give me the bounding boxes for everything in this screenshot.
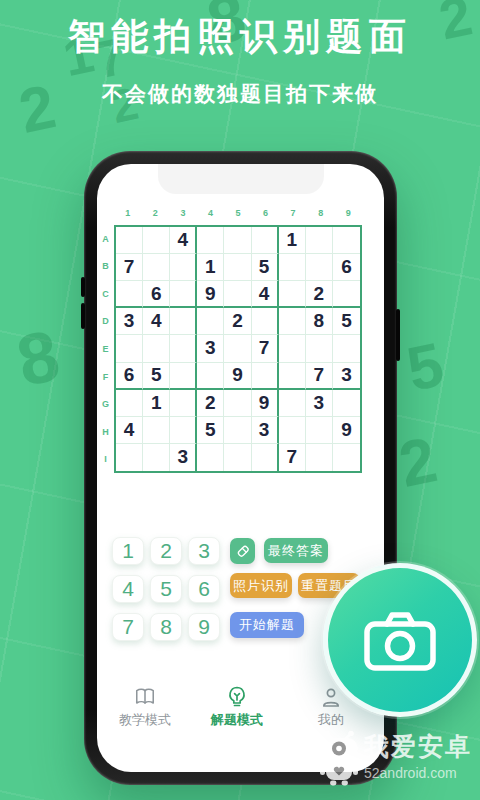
sudoku-cell-D8[interactable]: 8 bbox=[306, 308, 333, 335]
camera-fab[interactable] bbox=[323, 563, 477, 717]
sudoku-cell-A6[interactable] bbox=[252, 227, 279, 254]
sudoku-cell-G1[interactable] bbox=[116, 390, 143, 417]
sudoku-cell-C9[interactable] bbox=[333, 281, 360, 308]
watermark-site: 52android.com bbox=[364, 765, 472, 781]
sudoku-cell-B3[interactable] bbox=[170, 254, 197, 281]
sudoku-cell-F3[interactable] bbox=[170, 363, 197, 390]
notch-shadow bbox=[158, 164, 324, 194]
sudoku-cell-B8[interactable] bbox=[306, 254, 333, 281]
camera-icon bbox=[362, 608, 438, 672]
sudoku-cell-G2[interactable]: 1 bbox=[143, 390, 170, 417]
sudoku-cell-A2[interactable] bbox=[143, 227, 170, 254]
book-icon bbox=[107, 686, 183, 708]
sudoku-cell-I7[interactable]: 7 bbox=[279, 444, 306, 471]
sudoku-cell-G3[interactable] bbox=[170, 390, 197, 417]
sudoku-cell-G4[interactable]: 2 bbox=[197, 390, 224, 417]
sudoku-cell-B5[interactable] bbox=[224, 254, 251, 281]
number-pad: 123456789 bbox=[112, 537, 220, 641]
sudoku-cell-I8[interactable] bbox=[306, 444, 333, 471]
sudoku-cell-C3[interactable] bbox=[170, 281, 197, 308]
sudoku-cell-H7[interactable] bbox=[279, 417, 306, 444]
col-label: 1 bbox=[114, 208, 142, 218]
row-label: C bbox=[99, 280, 112, 308]
sudoku-cell-F5[interactable]: 9 bbox=[224, 363, 251, 390]
photo-recognize-button[interactable]: 照片识别 bbox=[230, 573, 292, 598]
eraser-button[interactable] bbox=[230, 538, 255, 564]
sudoku-cell-E9[interactable] bbox=[333, 335, 360, 362]
col-label: 3 bbox=[169, 208, 197, 218]
sudoku-cell-B6[interactable]: 5 bbox=[252, 254, 279, 281]
sudoku-cell-D3[interactable] bbox=[170, 308, 197, 335]
numpad-key-6[interactable]: 6 bbox=[188, 575, 220, 603]
sudoku-cell-I9[interactable] bbox=[333, 444, 360, 471]
sudoku-cell-H4[interactable]: 5 bbox=[197, 417, 224, 444]
sudoku-cell-D4[interactable] bbox=[197, 308, 224, 335]
screenshot-root: 817222852 智能拍照识别题面 不会做的数独题目拍下来做 12345678… bbox=[0, 0, 480, 800]
sudoku-cell-D2[interactable]: 4 bbox=[143, 308, 170, 335]
numpad-key-3[interactable]: 3 bbox=[188, 537, 220, 565]
row-label: F bbox=[99, 363, 112, 391]
sudoku-cell-F9[interactable]: 3 bbox=[333, 363, 360, 390]
sudoku-cell-H9[interactable]: 9 bbox=[333, 417, 360, 444]
robot-mascot-icon bbox=[318, 730, 360, 786]
sudoku-cell-I2[interactable] bbox=[143, 444, 170, 471]
sudoku-cell-A1[interactable] bbox=[116, 227, 143, 254]
bulb-icon bbox=[199, 686, 275, 708]
sudoku-cell-B7[interactable] bbox=[279, 254, 306, 281]
hero-section: 智能拍照识别题面 不会做的数独题目拍下来做 bbox=[0, 0, 480, 108]
sudoku-cell-D1[interactable]: 3 bbox=[116, 308, 143, 335]
col-label: 7 bbox=[279, 208, 307, 218]
sudoku-cell-H5[interactable] bbox=[224, 417, 251, 444]
site-watermark: 我爱安卓 52android.com bbox=[318, 730, 472, 786]
col-label: 2 bbox=[142, 208, 170, 218]
sudoku-cell-E1[interactable] bbox=[116, 335, 143, 362]
numpad-key-4[interactable]: 4 bbox=[112, 575, 144, 603]
sudoku-cell-A9[interactable] bbox=[333, 227, 360, 254]
sudoku-cell-A3[interactable]: 4 bbox=[170, 227, 197, 254]
sudoku-cell-G7[interactable] bbox=[279, 390, 306, 417]
sudoku-column-labels: 123456789 bbox=[114, 208, 362, 218]
row-label: G bbox=[99, 390, 112, 418]
numpad-key-2[interactable]: 2 bbox=[150, 537, 182, 565]
sudoku-cell-C5[interactable] bbox=[224, 281, 251, 308]
tab-teaching-mode[interactable]: 教学模式 bbox=[107, 686, 183, 729]
sudoku-cell-I4[interactable] bbox=[197, 444, 224, 471]
numpad-key-9[interactable]: 9 bbox=[188, 613, 220, 641]
eraser-icon bbox=[234, 542, 252, 560]
row-label: I bbox=[99, 445, 112, 473]
tab-label: 我的 bbox=[293, 711, 369, 729]
sudoku-cell-C8[interactable]: 2 bbox=[306, 281, 333, 308]
sudoku-cell-I1[interactable] bbox=[116, 444, 143, 471]
sudoku-cell-D5[interactable]: 2 bbox=[224, 308, 251, 335]
sudoku-cell-E4[interactable]: 3 bbox=[197, 335, 224, 362]
tab-solving-mode[interactable]: 解题模式 bbox=[199, 686, 275, 729]
row-label: D bbox=[99, 308, 112, 336]
col-label: 8 bbox=[307, 208, 335, 218]
page-title: 智能拍照识别题面 bbox=[0, 12, 480, 62]
sudoku-cell-B1[interactable]: 7 bbox=[116, 254, 143, 281]
sudoku-cell-I5[interactable] bbox=[224, 444, 251, 471]
sudoku-cell-F7[interactable] bbox=[279, 363, 306, 390]
sudoku-cell-E7[interactable] bbox=[279, 335, 306, 362]
tab-label: 教学模式 bbox=[107, 711, 183, 729]
sudoku-cell-E5[interactable] bbox=[224, 335, 251, 362]
background-digit: 2 bbox=[394, 427, 442, 497]
start-solving-button[interactable]: 开始解题 bbox=[230, 612, 304, 638]
sudoku-cell-C1[interactable] bbox=[116, 281, 143, 308]
sudoku-cell-H6[interactable]: 3 bbox=[252, 417, 279, 444]
sudoku-cell-G8[interactable]: 3 bbox=[306, 390, 333, 417]
power-button bbox=[396, 309, 400, 361]
numpad-key-1[interactable]: 1 bbox=[112, 537, 144, 565]
row-label: H bbox=[99, 418, 112, 446]
sudoku-cell-B9[interactable]: 6 bbox=[333, 254, 360, 281]
background-digit: 5 bbox=[402, 333, 449, 401]
sudoku-cell-E8[interactable] bbox=[306, 335, 333, 362]
sudoku-cell-C2[interactable]: 6 bbox=[143, 281, 170, 308]
sudoku-cell-E3[interactable] bbox=[170, 335, 197, 362]
sudoku-cell-F4[interactable] bbox=[197, 363, 224, 390]
sudoku-cell-D9[interactable]: 5 bbox=[333, 308, 360, 335]
sudoku-cell-E6[interactable]: 7 bbox=[252, 335, 279, 362]
numpad-key-5[interactable]: 5 bbox=[150, 575, 182, 603]
sudoku-cell-H1[interactable]: 4 bbox=[116, 417, 143, 444]
numpad-key-8[interactable]: 8 bbox=[150, 613, 182, 641]
sudoku-cell-H8[interactable] bbox=[306, 417, 333, 444]
sudoku-cell-B2[interactable] bbox=[143, 254, 170, 281]
sudoku-board: 41715669423428537659731293453937 bbox=[114, 225, 362, 473]
sudoku-row-labels: ABCDEFGHI bbox=[99, 225, 112, 473]
sudoku-cell-D6[interactable] bbox=[252, 308, 279, 335]
col-label: 6 bbox=[252, 208, 280, 218]
sudoku-cell-G9[interactable] bbox=[333, 390, 360, 417]
numpad-key-7[interactable]: 7 bbox=[112, 613, 144, 641]
sudoku-cell-G6[interactable]: 9 bbox=[252, 390, 279, 417]
sudoku-cell-I6[interactable] bbox=[252, 444, 279, 471]
background-digit: 8 bbox=[11, 319, 65, 398]
sudoku-cell-C6[interactable]: 4 bbox=[252, 281, 279, 308]
final-answer-button[interactable]: 最终答案 bbox=[264, 538, 328, 563]
sudoku-cell-D7[interactable] bbox=[279, 308, 306, 335]
sudoku-cell-F8[interactable]: 7 bbox=[306, 363, 333, 390]
sudoku-cell-H2[interactable] bbox=[143, 417, 170, 444]
sudoku-cell-H3[interactable] bbox=[170, 417, 197, 444]
col-label: 4 bbox=[197, 208, 225, 218]
sudoku-cell-A4[interactable] bbox=[197, 227, 224, 254]
sudoku-cell-B4[interactable]: 1 bbox=[197, 254, 224, 281]
row-label: E bbox=[99, 335, 112, 363]
sudoku-cell-A5[interactable] bbox=[224, 227, 251, 254]
sudoku-cell-G5[interactable] bbox=[224, 390, 251, 417]
tab-label: 解题模式 bbox=[199, 711, 275, 729]
sudoku-cell-A7[interactable]: 1 bbox=[279, 227, 306, 254]
col-label: 5 bbox=[224, 208, 252, 218]
page-subtitle: 不会做的数独题目拍下来做 bbox=[0, 80, 480, 108]
watermark-name: 我爱安卓 bbox=[364, 730, 472, 763]
sudoku-cell-A8[interactable] bbox=[306, 227, 333, 254]
sudoku-cell-C4[interactable]: 9 bbox=[197, 281, 224, 308]
sudoku-cell-E2[interactable] bbox=[143, 335, 170, 362]
volume-up-button bbox=[81, 277, 85, 297]
sudoku-cell-I3[interactable]: 3 bbox=[170, 444, 197, 471]
row-label: B bbox=[99, 253, 112, 281]
row-label: A bbox=[99, 225, 112, 253]
sudoku-cell-F1[interactable]: 6 bbox=[116, 363, 143, 390]
sudoku-cell-C7[interactable] bbox=[279, 281, 306, 308]
sudoku-cell-F2[interactable]: 5 bbox=[143, 363, 170, 390]
volume-down-button bbox=[81, 303, 85, 329]
sudoku-cell-F6[interactable] bbox=[252, 363, 279, 390]
col-label: 9 bbox=[334, 208, 362, 218]
